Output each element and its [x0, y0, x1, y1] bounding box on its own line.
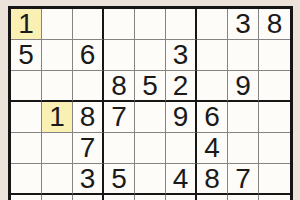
cell-r4c7[interactable]	[228, 133, 259, 164]
cell-r5c6[interactable]: 8	[197, 164, 228, 195]
cell-r3c1[interactable]: 1	[42, 102, 73, 133]
cell-r0c7[interactable]: 3	[228, 9, 259, 40]
page-background: 1385638529187967435487	[0, 0, 300, 200]
cell-r5c4[interactable]	[135, 164, 166, 195]
cell-r0c5[interactable]	[166, 9, 197, 40]
cell-r1c8[interactable]	[259, 40, 290, 71]
cell-r3c5[interactable]: 9	[166, 102, 197, 133]
cell-r2c3[interactable]: 8	[104, 71, 135, 102]
cell-r6c2[interactable]	[73, 195, 104, 200]
cell-r5c8[interactable]	[259, 164, 290, 195]
cell-r4c5[interactable]	[166, 133, 197, 164]
cell-r3c0[interactable]	[11, 102, 42, 133]
cell-r2c4[interactable]: 5	[135, 71, 166, 102]
cell-r3c8[interactable]	[259, 102, 290, 133]
cell-r5c7[interactable]: 7	[228, 164, 259, 195]
cell-r4c0[interactable]	[11, 133, 42, 164]
cell-r6c5[interactable]	[166, 195, 197, 200]
cell-r4c8[interactable]	[259, 133, 290, 164]
cell-r5c2[interactable]: 3	[73, 164, 104, 195]
cell-r6c8[interactable]	[259, 195, 290, 200]
cell-r5c5[interactable]: 4	[166, 164, 197, 195]
cell-r4c1[interactable]	[42, 133, 73, 164]
cell-r0c8[interactable]: 8	[259, 9, 290, 40]
cell-r2c2[interactable]	[73, 71, 104, 102]
cell-r6c1[interactable]	[42, 195, 73, 200]
cell-r1c0[interactable]: 5	[11, 40, 42, 71]
cell-r6c6[interactable]	[197, 195, 228, 200]
cell-r3c3[interactable]: 7	[104, 102, 135, 133]
cell-r1c5[interactable]: 3	[166, 40, 197, 71]
cell-r2c1[interactable]	[42, 71, 73, 102]
cell-r4c2[interactable]: 7	[73, 133, 104, 164]
cell-r0c6[interactable]	[197, 9, 228, 40]
cell-r5c1[interactable]	[42, 164, 73, 195]
cell-r2c0[interactable]	[11, 71, 42, 102]
cell-r1c7[interactable]	[228, 40, 259, 71]
cell-r2c6[interactable]	[197, 71, 228, 102]
cell-r1c4[interactable]	[135, 40, 166, 71]
cell-r2c5[interactable]: 2	[166, 71, 197, 102]
cell-r1c3[interactable]	[104, 40, 135, 71]
cell-r3c7[interactable]	[228, 102, 259, 133]
cell-r3c4[interactable]	[135, 102, 166, 133]
cell-r2c8[interactable]	[259, 71, 290, 102]
cell-r1c1[interactable]	[42, 40, 73, 71]
cell-r0c0[interactable]: 1	[11, 9, 42, 40]
cell-r3c2[interactable]: 8	[73, 102, 104, 133]
cell-r2c7[interactable]: 9	[228, 71, 259, 102]
cell-r3c6[interactable]: 6	[197, 102, 228, 133]
cell-r6c3[interactable]	[104, 195, 135, 200]
cell-r5c0[interactable]	[11, 164, 42, 195]
cell-r6c4[interactable]	[135, 195, 166, 200]
sudoku-board: 1385638529187967435487	[8, 6, 293, 200]
cell-r6c7[interactable]	[228, 195, 259, 200]
cell-r5c3[interactable]: 5	[104, 164, 135, 195]
cell-r1c2[interactable]: 6	[73, 40, 104, 71]
cell-r1c6[interactable]	[197, 40, 228, 71]
cell-r0c1[interactable]	[42, 9, 73, 40]
cell-r4c6[interactable]: 4	[197, 133, 228, 164]
cell-r0c4[interactable]	[135, 9, 166, 40]
cell-r4c3[interactable]	[104, 133, 135, 164]
cell-r6c0[interactable]	[11, 195, 42, 200]
cell-r0c3[interactable]	[104, 9, 135, 40]
cell-r4c4[interactable]	[135, 133, 166, 164]
cell-r0c2[interactable]	[73, 9, 104, 40]
